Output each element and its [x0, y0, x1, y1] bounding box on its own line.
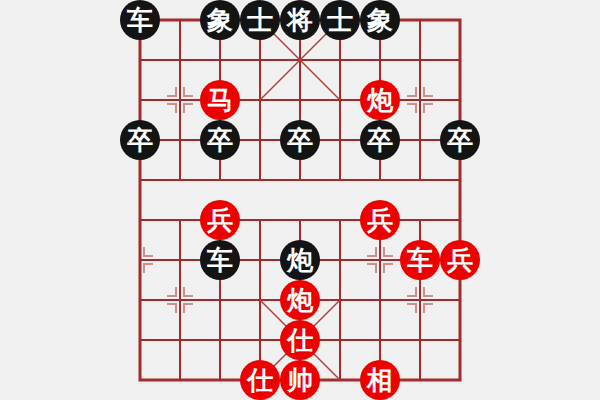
piece-red-chariot[interactable]: 车 [400, 240, 440, 280]
piece-black-cannon[interactable]: 炮 [280, 240, 320, 280]
piece-black-chariot[interactable]: 车 [120, 0, 160, 40]
piece-black-soldier[interactable]: 卒 [360, 120, 400, 160]
piece-black-elephant[interactable]: 象 [360, 0, 400, 40]
piece-red-soldier[interactable]: 兵 [360, 200, 400, 240]
piece-red-soldier[interactable]: 兵 [440, 240, 480, 280]
piece-black-soldier[interactable]: 卒 [200, 120, 240, 160]
piece-red-general[interactable]: 帅 [280, 360, 320, 400]
piece-red-advisor[interactable]: 仕 [280, 320, 320, 360]
piece-red-cannon[interactable]: 炮 [360, 80, 400, 120]
piece-red-advisor[interactable]: 仕 [240, 360, 280, 400]
piece-red-soldier[interactable]: 兵 [200, 200, 240, 240]
piece-black-advisor[interactable]: 士 [240, 0, 280, 40]
xiangqi-board-screen: 车象士将士象马炮卒卒卒卒卒兵兵车炮车兵炮仕仕帅相 [0, 0, 600, 400]
piece-red-horse[interactable]: 马 [200, 80, 240, 120]
piece-black-soldier[interactable]: 卒 [440, 120, 480, 160]
piece-black-elephant[interactable]: 象 [200, 0, 240, 40]
piece-black-general[interactable]: 将 [280, 0, 320, 40]
piece-black-chariot[interactable]: 车 [200, 240, 240, 280]
piece-red-elephant[interactable]: 相 [360, 360, 400, 400]
piece-black-advisor[interactable]: 士 [320, 0, 360, 40]
piece-black-soldier[interactable]: 卒 [280, 120, 320, 160]
piece-black-soldier[interactable]: 卒 [120, 120, 160, 160]
piece-red-cannon[interactable]: 炮 [280, 280, 320, 320]
